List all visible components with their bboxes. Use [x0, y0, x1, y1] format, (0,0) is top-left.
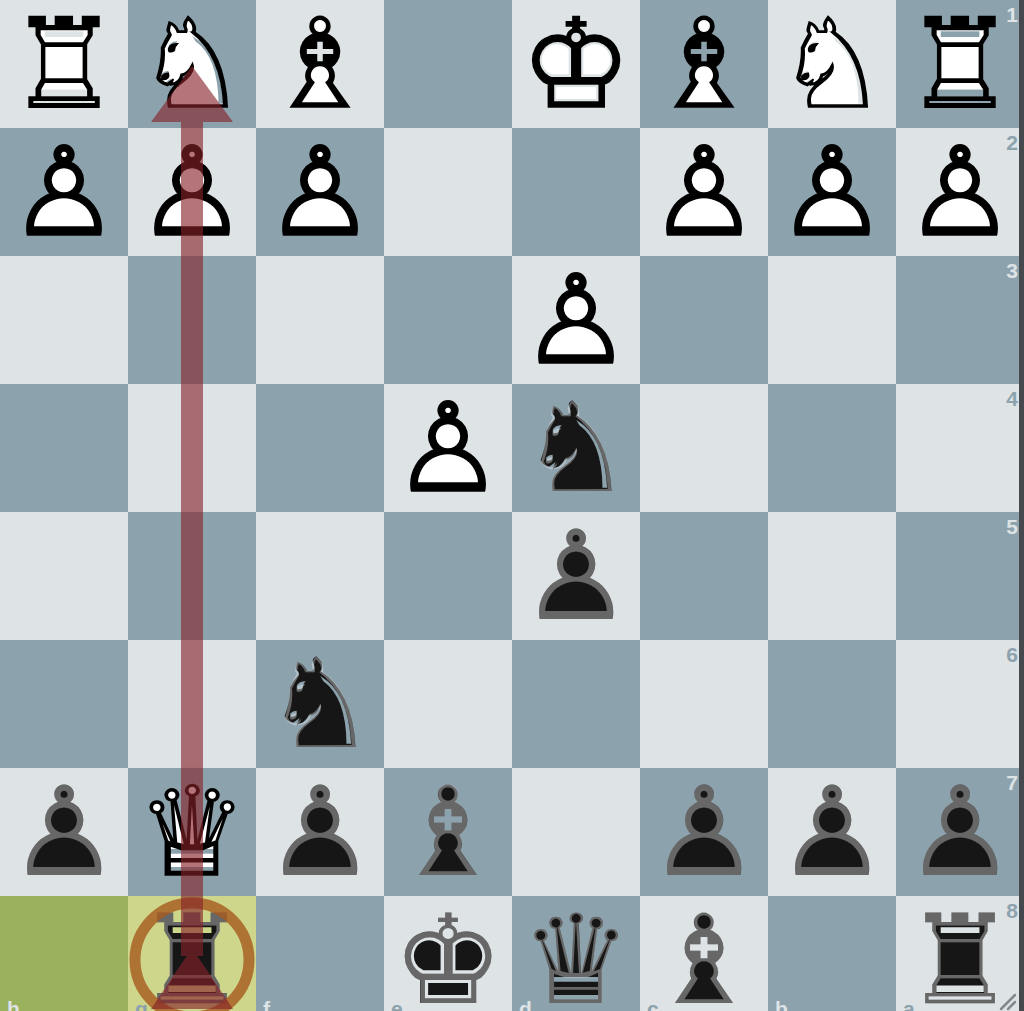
- square-h4[interactable]: [0, 384, 128, 512]
- piece-black-rook-g8[interactable]: ♜♖: [128, 896, 256, 1011]
- square-b4[interactable]: [768, 384, 896, 512]
- piece-black-knight-f6[interactable]: ♞♘: [256, 640, 384, 768]
- square-c2[interactable]: ♟♙: [640, 128, 768, 256]
- square-c8[interactable]: c♝♗: [640, 896, 768, 1011]
- piece-white-rook-a1[interactable]: ♜♖: [896, 0, 1024, 128]
- piece-black-rook-a8[interactable]: ♜♖: [896, 896, 1024, 1011]
- square-c1[interactable]: ♝♗: [640, 0, 768, 128]
- square-h2[interactable]: ♟♙: [0, 128, 128, 256]
- square-b6[interactable]: [768, 640, 896, 768]
- square-g5[interactable]: [128, 512, 256, 640]
- piece-black-king-e8[interactable]: ♚♔: [384, 896, 512, 1011]
- square-g4[interactable]: [128, 384, 256, 512]
- rank-label-6: 6: [1006, 644, 1018, 665]
- piece-white-bishop-f1[interactable]: ♝♗: [256, 0, 384, 128]
- square-f5[interactable]: [256, 512, 384, 640]
- square-h3[interactable]: [0, 256, 128, 384]
- square-b5[interactable]: [768, 512, 896, 640]
- file-label-f: f: [263, 998, 270, 1011]
- square-h1[interactable]: ♜♖: [0, 0, 128, 128]
- square-b2[interactable]: ♟♙: [768, 128, 896, 256]
- square-h8[interactable]: h: [0, 896, 128, 1011]
- square-d8[interactable]: d♛♕: [512, 896, 640, 1011]
- square-h7[interactable]: ♟♙: [0, 768, 128, 896]
- piece-white-queen-g7[interactable]: ♛♕: [128, 768, 256, 896]
- piece-white-king-d1[interactable]: ♚♔: [512, 0, 640, 128]
- square-d1[interactable]: ♚♔: [512, 0, 640, 128]
- square-g3[interactable]: [128, 256, 256, 384]
- square-e6[interactable]: [384, 640, 512, 768]
- square-b1[interactable]: ♞♘: [768, 0, 896, 128]
- piece-white-pawn-e4[interactable]: ♟♙: [384, 384, 512, 512]
- square-g2[interactable]: ♟♙: [128, 128, 256, 256]
- piece-black-knight-d4[interactable]: ♞♘: [512, 384, 640, 512]
- square-d3[interactable]: ♟♙: [512, 256, 640, 384]
- square-c3[interactable]: [640, 256, 768, 384]
- square-c7[interactable]: ♟♙: [640, 768, 768, 896]
- rank-label-4: 4: [1006, 388, 1018, 409]
- square-e4[interactable]: ♟♙: [384, 384, 512, 512]
- square-a2[interactable]: 2♟♙: [896, 128, 1024, 256]
- piece-black-pawn-h7[interactable]: ♟♙: [0, 768, 128, 896]
- piece-white-rook-h1[interactable]: ♜♖: [0, 0, 128, 128]
- piece-black-pawn-a7[interactable]: ♟♙: [896, 768, 1024, 896]
- square-e1[interactable]: [384, 0, 512, 128]
- square-f7[interactable]: ♟♙: [256, 768, 384, 896]
- file-label-b: b: [775, 998, 788, 1011]
- piece-black-bishop-c8[interactable]: ♝♗: [640, 896, 768, 1011]
- square-h6[interactable]: [0, 640, 128, 768]
- piece-white-bishop-c1[interactable]: ♝♗: [640, 0, 768, 128]
- square-f3[interactable]: [256, 256, 384, 384]
- piece-white-pawn-c2[interactable]: ♟♙: [640, 128, 768, 256]
- square-d5[interactable]: ♟♙: [512, 512, 640, 640]
- square-f6[interactable]: ♞♘: [256, 640, 384, 768]
- square-a7[interactable]: 7♟♙: [896, 768, 1024, 896]
- rank-label-5: 5: [1006, 516, 1018, 537]
- square-g1[interactable]: ♞♘: [128, 0, 256, 128]
- square-a8[interactable]: 8a♜♖: [896, 896, 1024, 1011]
- square-d6[interactable]: [512, 640, 640, 768]
- piece-white-pawn-d3[interactable]: ♟♙: [512, 256, 640, 384]
- square-d2[interactable]: [512, 128, 640, 256]
- piece-white-pawn-a2[interactable]: ♟♙: [896, 128, 1024, 256]
- window-edge-strip: [1019, 0, 1024, 1011]
- square-b8[interactable]: b: [768, 896, 896, 1011]
- piece-white-pawn-f2[interactable]: ♟♙: [256, 128, 384, 256]
- piece-white-pawn-g2[interactable]: ♟♙: [128, 128, 256, 256]
- file-label-h: h: [7, 998, 20, 1011]
- chess-board[interactable]: ♜♖♞♘♝♗♚♔♝♗♞♘1♜♖♟♙♟♙♟♙♟♙♟♙2♟♙♟♙3♟♙♞♘4♟♙5♞…: [0, 0, 1024, 1011]
- piece-black-pawn-f7[interactable]: ♟♙: [256, 768, 384, 896]
- piece-white-pawn-b2[interactable]: ♟♙: [768, 128, 896, 256]
- square-h5[interactable]: [0, 512, 128, 640]
- square-e7[interactable]: ♝♗: [384, 768, 512, 896]
- square-b3[interactable]: [768, 256, 896, 384]
- square-d7[interactable]: [512, 768, 640, 896]
- square-e2[interactable]: [384, 128, 512, 256]
- piece-black-pawn-c7[interactable]: ♟♙: [640, 768, 768, 896]
- piece-black-pawn-b7[interactable]: ♟♙: [768, 768, 896, 896]
- square-c6[interactable]: [640, 640, 768, 768]
- square-g8[interactable]: g♜♖: [128, 896, 256, 1011]
- square-f8[interactable]: f: [256, 896, 384, 1011]
- square-e5[interactable]: [384, 512, 512, 640]
- square-g6[interactable]: [128, 640, 256, 768]
- square-a3[interactable]: 3: [896, 256, 1024, 384]
- square-f4[interactable]: [256, 384, 384, 512]
- square-d4[interactable]: ♞♘: [512, 384, 640, 512]
- piece-white-knight-g1[interactable]: ♞♘: [128, 0, 256, 128]
- square-c5[interactable]: [640, 512, 768, 640]
- square-a6[interactable]: 6: [896, 640, 1024, 768]
- piece-black-bishop-e7[interactable]: ♝♗: [384, 768, 512, 896]
- piece-white-pawn-h2[interactable]: ♟♙: [0, 128, 128, 256]
- square-a1[interactable]: 1♜♖: [896, 0, 1024, 128]
- square-b7[interactable]: ♟♙: [768, 768, 896, 896]
- square-f2[interactable]: ♟♙: [256, 128, 384, 256]
- square-e3[interactable]: [384, 256, 512, 384]
- square-a5[interactable]: 5: [896, 512, 1024, 640]
- piece-black-queen-d8[interactable]: ♛♕: [512, 896, 640, 1011]
- square-c4[interactable]: [640, 384, 768, 512]
- square-g7[interactable]: ♛♕: [128, 768, 256, 896]
- piece-white-knight-b1[interactable]: ♞♘: [768, 0, 896, 128]
- square-a4[interactable]: 4: [896, 384, 1024, 512]
- square-f1[interactable]: ♝♗: [256, 0, 384, 128]
- square-e8[interactable]: e♚♔: [384, 896, 512, 1011]
- piece-black-pawn-d5[interactable]: ♟♙: [512, 512, 640, 640]
- chess-app: ♜♖♞♘♝♗♚♔♝♗♞♘1♜♖♟♙♟♙♟♙♟♙♟♙2♟♙♟♙3♟♙♞♘4♟♙5♞…: [0, 0, 1024, 1011]
